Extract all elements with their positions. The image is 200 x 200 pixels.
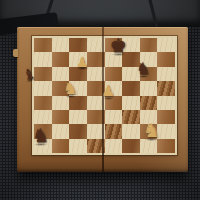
square-a4[interactable]: [34, 96, 52, 110]
square-a8[interactable]: [34, 38, 52, 52]
square-a3[interactable]: [34, 110, 52, 124]
piece-light-knight-g1[interactable]: ♞: [143, 121, 160, 140]
square-h4[interactable]: [157, 96, 175, 110]
board-clasp: [13, 49, 18, 57]
square-c8[interactable]: [69, 38, 87, 52]
square-b8[interactable]: [52, 38, 70, 52]
square-f4[interactable]: [122, 96, 140, 110]
piece-light-knight-c4[interactable]: ♞: [64, 81, 78, 97]
square-h7[interactable]: [157, 52, 175, 66]
square-a7[interactable]: [34, 52, 52, 66]
square-c2[interactable]: [69, 124, 87, 138]
square-e2[interactable]: [105, 124, 123, 138]
square-g4[interactable]: [140, 96, 158, 110]
square-f3[interactable]: [122, 110, 140, 124]
square-g8[interactable]: [140, 38, 158, 52]
square-c4[interactable]: [69, 96, 87, 110]
square-a5[interactable]: [34, 81, 52, 95]
piece-dark-knight-g6[interactable]: ♞: [136, 61, 150, 77]
square-f5[interactable]: [122, 81, 140, 95]
square-g5[interactable]: [140, 81, 158, 95]
piece-light-pawn-c6[interactable]: ♟: [76, 55, 89, 69]
piece-dark-knight-a1[interactable]: ♞: [32, 126, 49, 145]
square-e1[interactable]: [105, 139, 123, 153]
square-h5[interactable]: [157, 81, 175, 95]
square-h8[interactable]: [157, 38, 175, 52]
piece-light-pawn-e4[interactable]: ♟: [101, 84, 114, 99]
square-b1[interactable]: [52, 139, 70, 153]
square-b4[interactable]: [52, 96, 70, 110]
square-e3[interactable]: [105, 110, 123, 124]
piece-dark-king-e7[interactable]: ♚: [110, 36, 127, 55]
square-h6[interactable]: [157, 67, 175, 81]
square-b3[interactable]: [52, 110, 70, 124]
square-c1[interactable]: [69, 139, 87, 153]
square-b2[interactable]: [52, 124, 70, 138]
scene: ♚♟♞♞♟♞♞♝: [0, 0, 200, 200]
square-e6[interactable]: [105, 67, 123, 81]
square-f1[interactable]: [122, 139, 140, 153]
square-f2[interactable]: [122, 124, 140, 138]
square-b7[interactable]: [52, 52, 70, 66]
square-c3[interactable]: [69, 110, 87, 124]
